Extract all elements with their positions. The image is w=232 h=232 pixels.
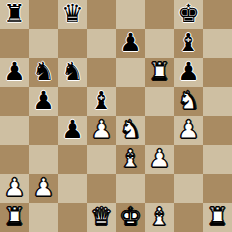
square-b7[interactable] xyxy=(29,29,58,58)
square-h7[interactable] xyxy=(203,29,232,58)
square-g5[interactable]: ♞ xyxy=(174,87,203,116)
piece-white-knight[interactable]: ♞ xyxy=(119,116,141,144)
piece-white-rook[interactable]: ♜ xyxy=(148,58,170,86)
square-b5[interactable]: ♟ xyxy=(29,87,58,116)
square-f6[interactable]: ♜ xyxy=(145,58,174,87)
square-f1[interactable]: ♝ xyxy=(145,203,174,232)
square-f3[interactable]: ♟ xyxy=(145,145,174,174)
piece-white-rook[interactable]: ♜ xyxy=(3,203,25,231)
piece-black-pawn[interactable]: ♟ xyxy=(177,58,199,86)
square-c6[interactable]: ♞ xyxy=(58,58,87,87)
square-h3[interactable] xyxy=(203,145,232,174)
square-e8[interactable] xyxy=(116,0,145,29)
square-g4[interactable]: ♟ xyxy=(174,116,203,145)
square-g6[interactable]: ♟ xyxy=(174,58,203,87)
square-h4[interactable] xyxy=(203,116,232,145)
square-b6[interactable]: ♞ xyxy=(29,58,58,87)
square-a1[interactable]: ♜ xyxy=(0,203,29,232)
square-g2[interactable] xyxy=(174,174,203,203)
square-h6[interactable] xyxy=(203,58,232,87)
piece-white-knight[interactable]: ♞ xyxy=(177,87,199,115)
square-f5[interactable] xyxy=(145,87,174,116)
square-d2[interactable] xyxy=(87,174,116,203)
square-c4[interactable]: ♟ xyxy=(58,116,87,145)
square-a3[interactable] xyxy=(0,145,29,174)
piece-white-pawn[interactable]: ♟ xyxy=(148,145,170,173)
square-a5[interactable] xyxy=(0,87,29,116)
piece-white-king[interactable]: ♚ xyxy=(119,203,141,231)
square-a6[interactable]: ♟ xyxy=(0,58,29,87)
square-a2[interactable]: ♟ xyxy=(0,174,29,203)
square-c7[interactable] xyxy=(58,29,87,58)
square-b8[interactable] xyxy=(29,0,58,29)
square-a4[interactable] xyxy=(0,116,29,145)
piece-white-bishop[interactable]: ♝ xyxy=(119,145,141,173)
square-b2[interactable]: ♟ xyxy=(29,174,58,203)
piece-black-knight[interactable]: ♞ xyxy=(32,58,54,86)
piece-white-bishop[interactable]: ♝ xyxy=(148,203,170,231)
square-f2[interactable] xyxy=(145,174,174,203)
square-e1[interactable]: ♚ xyxy=(116,203,145,232)
square-d8[interactable] xyxy=(87,0,116,29)
square-g1[interactable] xyxy=(174,203,203,232)
square-d6[interactable] xyxy=(87,58,116,87)
square-g8[interactable]: ♚ xyxy=(174,0,203,29)
piece-white-pawn[interactable]: ♟ xyxy=(32,174,54,202)
square-e7[interactable]: ♟ xyxy=(116,29,145,58)
piece-black-pawn[interactable]: ♟ xyxy=(32,87,54,115)
piece-white-pawn[interactable]: ♟ xyxy=(3,174,25,202)
square-b4[interactable] xyxy=(29,116,58,145)
square-f4[interactable] xyxy=(145,116,174,145)
piece-white-rook[interactable]: ♜ xyxy=(206,203,228,231)
piece-black-queen[interactable]: ♛ xyxy=(61,0,83,28)
piece-white-queen[interactable]: ♛ xyxy=(90,203,112,231)
square-d4[interactable]: ♟ xyxy=(87,116,116,145)
piece-black-pawn[interactable]: ♟ xyxy=(119,29,141,57)
square-d7[interactable] xyxy=(87,29,116,58)
piece-black-rook[interactable]: ♜ xyxy=(3,0,25,28)
square-g7[interactable]: ♝ xyxy=(174,29,203,58)
square-e6[interactable] xyxy=(116,58,145,87)
piece-white-pawn[interactable]: ♟ xyxy=(90,116,112,144)
square-h2[interactable] xyxy=(203,174,232,203)
square-h5[interactable] xyxy=(203,87,232,116)
square-e4[interactable]: ♞ xyxy=(116,116,145,145)
square-e3[interactable]: ♝ xyxy=(116,145,145,174)
square-d3[interactable] xyxy=(87,145,116,174)
square-c2[interactable] xyxy=(58,174,87,203)
piece-black-knight[interactable]: ♞ xyxy=(61,58,83,86)
square-g3[interactable] xyxy=(174,145,203,174)
square-d5[interactable]: ♝ xyxy=(87,87,116,116)
chess-board: ♜♛♚♟♝♟♞♞♜♟♟♝♞♟♟♞♟♝♟♟♟♜♛♚♝♜ xyxy=(0,0,232,232)
square-c1[interactable] xyxy=(58,203,87,232)
square-f8[interactable] xyxy=(145,0,174,29)
piece-black-king[interactable]: ♚ xyxy=(177,0,199,28)
square-d1[interactable]: ♛ xyxy=(87,203,116,232)
square-c8[interactable]: ♛ xyxy=(58,0,87,29)
square-a7[interactable] xyxy=(0,29,29,58)
square-c3[interactable] xyxy=(58,145,87,174)
square-e5[interactable] xyxy=(116,87,145,116)
piece-white-pawn[interactable]: ♟ xyxy=(177,116,199,144)
square-h1[interactable]: ♜ xyxy=(203,203,232,232)
square-b3[interactable] xyxy=(29,145,58,174)
square-b1[interactable] xyxy=(29,203,58,232)
piece-black-bishop[interactable]: ♝ xyxy=(90,87,112,115)
square-f7[interactable] xyxy=(145,29,174,58)
piece-black-pawn[interactable]: ♟ xyxy=(61,116,83,144)
piece-black-bishop[interactable]: ♝ xyxy=(177,29,199,57)
square-a8[interactable]: ♜ xyxy=(0,0,29,29)
piece-black-pawn[interactable]: ♟ xyxy=(3,58,25,86)
square-h8[interactable] xyxy=(203,0,232,29)
square-c5[interactable] xyxy=(58,87,87,116)
square-e2[interactable] xyxy=(116,174,145,203)
